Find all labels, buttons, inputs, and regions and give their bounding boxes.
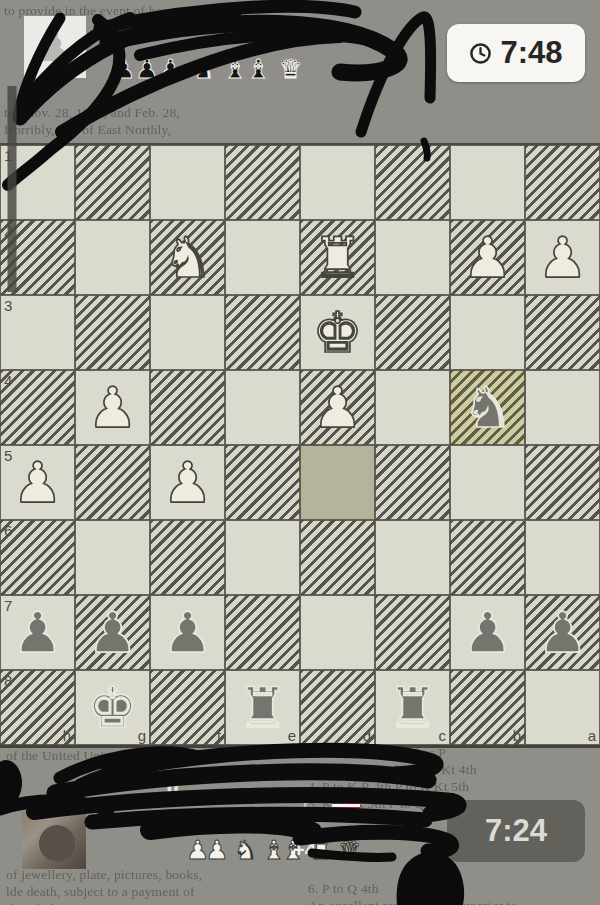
- square-a1[interactable]: [525, 145, 600, 220]
- bottom-clock-time: 7:24: [485, 813, 547, 849]
- square-e3[interactable]: [225, 295, 300, 370]
- square-d5[interactable]: [300, 445, 375, 520]
- square-e5[interactable]: [225, 445, 300, 520]
- square-a8[interactable]: a: [525, 670, 600, 745]
- newspaper-text-line: ted Nov. 28, 1871, and Feb. 28,: [4, 104, 180, 121]
- material-advantage: +4: [293, 839, 316, 862]
- square-f3[interactable]: [150, 295, 225, 370]
- square-h2[interactable]: 2: [0, 220, 75, 295]
- captured-group: ♟♟: [186, 837, 225, 863]
- usa-flag-icon: [332, 795, 360, 815]
- avatar-bottom-player[interactable]: [22, 812, 86, 869]
- square-e6[interactable]: [225, 520, 300, 595]
- piece-white-P[interactable]: ♟: [150, 445, 225, 520]
- square-e7[interactable]: [225, 595, 300, 670]
- square-e1[interactable]: [225, 145, 300, 220]
- square-f6[interactable]: [150, 520, 225, 595]
- rank-label-2: 2: [4, 222, 12, 239]
- square-b6[interactable]: [450, 520, 525, 595]
- chess-app-screen: to provide in the event of herted Nov. 2…: [0, 0, 600, 905]
- newspaper-text-line: of the United University Club who: [6, 747, 200, 764]
- square-g7[interactable]: ♟: [75, 595, 150, 670]
- captured-piece-P: ♟: [186, 837, 205, 863]
- square-h5[interactable]: ♟5: [0, 445, 75, 520]
- bottom-rating-fragment: ): [300, 786, 308, 814]
- square-f2[interactable]: ♞: [150, 220, 225, 295]
- square-d7[interactable]: [300, 595, 375, 670]
- newspaper-text-line: 6. P to Q 4th: [308, 880, 379, 897]
- square-h7[interactable]: ♟7: [0, 595, 75, 670]
- captured-group: ♛: [279, 56, 302, 82]
- captured-piece-P: ♟: [135, 56, 158, 82]
- rank-label-7: 7: [4, 597, 12, 614]
- square-b4[interactable]: ♞: [450, 370, 525, 445]
- square-c4[interactable]: [375, 370, 450, 445]
- south-korea-flag-icon: [280, 17, 306, 35]
- square-a5[interactable]: [525, 445, 600, 520]
- captured-piece-N: ♞: [234, 837, 253, 863]
- piece-white-N[interactable]: ♞: [150, 220, 225, 295]
- piece-black-P[interactable]: ♟: [150, 595, 225, 670]
- captured-piece-B: ♝: [262, 837, 281, 863]
- newspaper-text-line: 3. Kt to K B 3rd P to K Kt 4th: [308, 761, 477, 778]
- square-e8[interactable]: ♜e: [225, 670, 300, 745]
- square-d2[interactable]: ♜: [300, 220, 375, 295]
- captured-piece-Q: ♛: [279, 56, 302, 82]
- file-label-e: e: [288, 727, 296, 744]
- captured-group: ♞: [234, 837, 253, 863]
- captured-pieces-bottom: ♟♟♞♝♝♜♛: [186, 837, 357, 863]
- square-a7[interactable]: ♟: [525, 595, 600, 670]
- square-e2[interactable]: [225, 220, 300, 295]
- file-label-d: d: [363, 727, 371, 744]
- file-label-a: a: [588, 727, 596, 744]
- square-c7[interactable]: [375, 595, 450, 670]
- square-f8[interactable]: f: [150, 670, 225, 745]
- square-g3[interactable]: [75, 295, 150, 370]
- rank-label-8: 8: [4, 672, 12, 689]
- captured-piece-Q: ♛: [338, 837, 357, 863]
- chess-board: 12♞♜♟♟3♚4♟♟♞♟5♟6♟7♟♟♟♟8h♚gf♜ed♜cba: [0, 143, 600, 748]
- square-d1[interactable]: [300, 145, 375, 220]
- square-a3[interactable]: [525, 295, 600, 370]
- square-c8[interactable]: ♜c: [375, 670, 450, 745]
- square-g8[interactable]: ♚g: [75, 670, 150, 745]
- captured-piece-P: ♟: [112, 56, 135, 82]
- newspaper-text-line: 5. Kt to K 5th P to Q 4th: [308, 795, 446, 812]
- rank-label-3: 3: [4, 297, 12, 314]
- square-g4[interactable]: ♟: [75, 370, 150, 445]
- piece-white-P[interactable]: ♟: [300, 370, 375, 445]
- newspaper-text-line: Horribly, late of East Northly,: [4, 121, 171, 138]
- piece-white-P[interactable]: ♟: [75, 370, 150, 445]
- captured-piece-N: ♞: [191, 56, 214, 82]
- square-g6[interactable]: [75, 520, 150, 595]
- square-h8[interactable]: 8h: [0, 670, 75, 745]
- piece-white-P[interactable]: ♟: [525, 220, 600, 295]
- newspaper-text-line: An excellent reply and far superior to: [308, 897, 518, 905]
- us-flag-canton: [332, 795, 344, 804]
- square-g1[interactable]: [75, 145, 150, 220]
- square-b1[interactable]: [450, 145, 525, 220]
- square-d4[interactable]: ♟: [300, 370, 375, 445]
- bottom-name-fragment: Il: [166, 776, 179, 804]
- square-d3[interactable]: ♚: [300, 295, 375, 370]
- captured-group: ♝♝: [223, 56, 270, 82]
- captured-group: ♟♟♟: [112, 56, 182, 82]
- file-label-h: h: [63, 727, 71, 744]
- square-f4[interactable]: [150, 370, 225, 445]
- avatar-top-player[interactable]: ♟: [24, 16, 86, 78]
- square-e4[interactable]: [225, 370, 300, 445]
- square-b2[interactable]: ♟: [450, 220, 525, 295]
- square-c6[interactable]: [375, 520, 450, 595]
- file-label-g: g: [138, 727, 146, 744]
- square-a6[interactable]: [525, 520, 600, 595]
- piece-black-P[interactable]: ♟: [525, 595, 600, 670]
- square-d6[interactable]: [300, 520, 375, 595]
- piece-white-P[interactable]: ♟: [450, 220, 525, 295]
- file-label-c: c: [439, 727, 447, 744]
- square-a4[interactable]: [525, 370, 600, 445]
- captured-piece-B: ♝: [223, 56, 246, 82]
- file-label-b: b: [513, 727, 521, 744]
- square-g2[interactable]: [75, 220, 150, 295]
- square-h1[interactable]: 1: [0, 145, 75, 220]
- square-f7[interactable]: ♟: [150, 595, 225, 670]
- captured-group: ♞: [191, 56, 214, 82]
- rank-label-4: 4: [4, 372, 12, 389]
- default-avatar-glyph: ♟: [37, 24, 73, 70]
- square-c1[interactable]: [375, 145, 450, 220]
- piece-black-P[interactable]: ♟: [75, 595, 150, 670]
- captured-piece-B: ♝: [247, 56, 270, 82]
- piece-black-N[interactable]: ♞: [450, 370, 525, 445]
- rank-label-6: 6: [4, 522, 12, 539]
- piece-white-R[interactable]: ♜: [300, 220, 375, 295]
- square-b5[interactable]: [450, 445, 525, 520]
- top-clock-time: 7:48: [500, 35, 562, 71]
- square-c3[interactable]: [375, 295, 450, 370]
- file-label-f: f: [217, 727, 221, 744]
- top-player-clock: 7:48: [447, 24, 585, 82]
- square-c5[interactable]: [375, 445, 450, 520]
- square-b8[interactable]: b: [450, 670, 525, 745]
- clock-icon: [469, 42, 492, 65]
- newspaper-text-line: the whole is to revert to: [6, 900, 139, 905]
- square-h6[interactable]: 6: [0, 520, 75, 595]
- captured-group: ♛: [338, 837, 357, 863]
- square-d8[interactable]: d: [300, 670, 375, 745]
- bottom-player-clock: 7:24: [447, 800, 585, 862]
- taeguk-circle: [288, 21, 298, 31]
- square-b3[interactable]: [450, 295, 525, 370]
- piece-black-P[interactable]: ♟: [450, 595, 525, 670]
- square-b7[interactable]: ♟: [450, 595, 525, 670]
- square-f5[interactable]: ♟: [150, 445, 225, 520]
- square-a2[interactable]: ♟: [525, 220, 600, 295]
- square-f1[interactable]: [150, 145, 225, 220]
- rank-label-5: 5: [4, 447, 12, 464]
- newspaper-text-line: 4. P to K R 4th P to K Kt 5th: [308, 778, 469, 795]
- captured-pieces-top: ♟♟♟♞♝♝♛: [112, 56, 302, 82]
- square-g5[interactable]: [75, 445, 150, 520]
- square-h4[interactable]: 4: [0, 370, 75, 445]
- piece-white-K[interactable]: ♚: [300, 295, 375, 370]
- captured-piece-P: ♟: [159, 56, 182, 82]
- square-h3[interactable]: 3: [0, 295, 75, 370]
- rank-label-1: 1: [4, 147, 12, 164]
- square-c2[interactable]: [375, 220, 450, 295]
- captured-piece-P: ♟: [205, 837, 224, 863]
- newspaper-text-line: lde death, subject to a payment of: [6, 883, 195, 900]
